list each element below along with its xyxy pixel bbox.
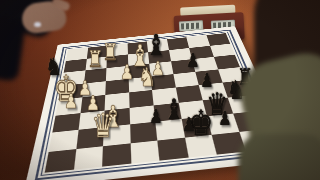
black-pawn[interactable]: ♟ <box>186 51 199 70</box>
white-pawn[interactable]: ♟ <box>64 91 78 111</box>
white-pawn[interactable]: ♟ <box>86 93 100 113</box>
right-player-jacket <box>238 134 320 180</box>
black-knight-captured[interactable]: ♞ <box>46 55 63 79</box>
white-rook[interactable]: ♜ <box>87 48 103 71</box>
white-pawn[interactable]: ♟ <box>120 62 134 82</box>
photo-scene: ♚♜♜♝♞♝♛♟♟♟♟♟♟♟♜♞♛♚♝♟♟♟♝♞ <box>0 0 320 180</box>
black-pawn[interactable]: ♟ <box>218 109 231 128</box>
black-bishop[interactable]: ♝ <box>164 96 184 124</box>
black-pawn[interactable]: ♟ <box>149 107 162 126</box>
black-bishop-captured[interactable]: ♝ <box>146 31 166 60</box>
black-pawn[interactable]: ♟ <box>182 115 195 134</box>
white-rook[interactable]: ♜ <box>102 41 118 64</box>
